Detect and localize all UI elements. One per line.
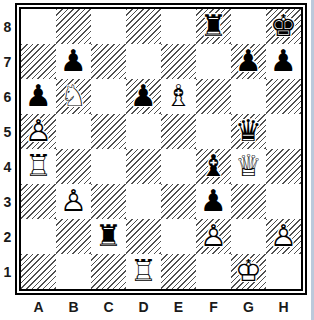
square-a3[interactable] <box>21 184 56 219</box>
square-e5[interactable] <box>161 114 196 149</box>
file-label-g: G <box>231 299 266 315</box>
file-labels: ABCDEFGH <box>15 295 307 319</box>
square-f6[interactable] <box>196 79 231 114</box>
square-c7[interactable] <box>91 44 126 79</box>
file-label-d: D <box>126 299 161 315</box>
white-pawn-icon[interactable]: ♟♙ <box>56 184 91 219</box>
rank-label-6: 6 <box>0 79 15 114</box>
square-a8[interactable] <box>21 9 56 44</box>
black-pawn-icon[interactable]: ♟ <box>56 44 91 79</box>
square-b4[interactable] <box>56 149 91 184</box>
file-label-a: A <box>21 299 56 315</box>
square-b5[interactable] <box>56 114 91 149</box>
black-rook-icon[interactable]: ♜ <box>91 219 126 254</box>
square-a1[interactable] <box>21 254 56 289</box>
chess-diagram: 87654321 ♜♚♟♟♟♟♞♘♟♝♗♟♙♛♜♖♝♛♕♟♙♟♜♟♙♟♙♜♖♚♔… <box>0 0 314 320</box>
white-rook-icon[interactable]: ♜♖ <box>126 254 161 289</box>
square-b1[interactable] <box>56 254 91 289</box>
square-e7[interactable] <box>161 44 196 79</box>
square-c6[interactable] <box>91 79 126 114</box>
square-d6[interactable]: ♟ <box>126 79 161 114</box>
square-g2[interactable] <box>231 219 266 254</box>
square-c2[interactable]: ♜ <box>91 219 126 254</box>
square-c1[interactable] <box>91 254 126 289</box>
white-king-icon[interactable]: ♚♔ <box>231 254 266 289</box>
black-pawn-icon[interactable]: ♟ <box>126 79 161 114</box>
square-f2[interactable]: ♟♙ <box>196 219 231 254</box>
square-g5[interactable]: ♛ <box>231 114 266 149</box>
rank-label-3: 3 <box>0 184 15 219</box>
black-queen-icon[interactable]: ♛ <box>231 114 266 149</box>
square-a6[interactable]: ♟ <box>21 79 56 114</box>
square-c5[interactable] <box>91 114 126 149</box>
square-a5[interactable]: ♟♙ <box>21 114 56 149</box>
rank-label-2: 2 <box>0 219 15 254</box>
square-f1[interactable] <box>196 254 231 289</box>
square-a2[interactable] <box>21 219 56 254</box>
square-h7[interactable]: ♟ <box>266 44 301 79</box>
rank-labels: 87654321 <box>0 3 15 295</box>
black-pawn-icon[interactable]: ♟ <box>266 44 301 79</box>
square-h5[interactable] <box>266 114 301 149</box>
square-f4[interactable]: ♝ <box>196 149 231 184</box>
file-label-e: E <box>161 299 196 315</box>
rank-label-4: 4 <box>0 149 15 184</box>
board: ♜♚♟♟♟♟♞♘♟♝♗♟♙♛♜♖♝♛♕♟♙♟♜♟♙♟♙♜♖♚♔ <box>19 7 303 291</box>
black-pawn-icon[interactable]: ♟ <box>21 79 56 114</box>
square-f8[interactable]: ♜ <box>196 9 231 44</box>
square-b3[interactable]: ♟♙ <box>56 184 91 219</box>
square-e4[interactable] <box>161 149 196 184</box>
square-d7[interactable] <box>126 44 161 79</box>
square-h3[interactable] <box>266 184 301 219</box>
square-e8[interactable] <box>161 9 196 44</box>
square-h4[interactable] <box>266 149 301 184</box>
file-label-f: F <box>196 299 231 315</box>
rank-label-7: 7 <box>0 44 15 79</box>
square-c8[interactable] <box>91 9 126 44</box>
square-b6[interactable]: ♞♘ <box>56 79 91 114</box>
board-frame: ♜♚♟♟♟♟♞♘♟♝♗♟♙♛♜♖♝♛♕♟♙♟♜♟♙♟♙♜♖♚♔ <box>15 3 307 295</box>
white-knight-icon[interactable]: ♞♘ <box>56 79 91 114</box>
rank-label-1: 1 <box>0 254 15 289</box>
square-d8[interactable] <box>126 9 161 44</box>
square-g6[interactable] <box>231 79 266 114</box>
rank-label-5: 5 <box>0 114 15 149</box>
black-bishop-icon[interactable]: ♝ <box>196 149 231 184</box>
square-g4[interactable]: ♛♕ <box>231 149 266 184</box>
square-g7[interactable]: ♟ <box>231 44 266 79</box>
square-b7[interactable]: ♟ <box>56 44 91 79</box>
black-rook-icon[interactable]: ♜ <box>196 9 231 44</box>
square-f7[interactable] <box>196 44 231 79</box>
black-king-icon[interactable]: ♚ <box>266 9 301 44</box>
square-h2[interactable]: ♟♙ <box>266 219 301 254</box>
white-queen-icon[interactable]: ♛♕ <box>231 149 266 184</box>
file-label-h: H <box>266 299 301 315</box>
square-h8[interactable]: ♚ <box>266 9 301 44</box>
square-e3[interactable] <box>161 184 196 219</box>
square-d3[interactable] <box>126 184 161 219</box>
square-f5[interactable] <box>196 114 231 149</box>
white-bishop-icon[interactable]: ♝♗ <box>161 79 196 114</box>
black-pawn-icon[interactable]: ♟ <box>196 184 231 219</box>
black-pawn-icon[interactable]: ♟ <box>231 44 266 79</box>
square-g8[interactable] <box>231 9 266 44</box>
white-pawn-icon[interactable]: ♟♙ <box>266 219 301 254</box>
square-d5[interactable] <box>126 114 161 149</box>
diagram-layout: 87654321 ♜♚♟♟♟♟♞♘♟♝♗♟♙♛♜♖♝♛♕♟♙♟♜♟♙♟♙♜♖♚♔… <box>0 3 314 319</box>
square-d2[interactable] <box>126 219 161 254</box>
square-g3[interactable] <box>231 184 266 219</box>
rank-label-8: 8 <box>0 9 15 44</box>
square-e6[interactable]: ♝♗ <box>161 79 196 114</box>
square-a4[interactable]: ♜♖ <box>21 149 56 184</box>
file-label-b: B <box>56 299 91 315</box>
square-d1[interactable]: ♜♖ <box>126 254 161 289</box>
square-c4[interactable] <box>91 149 126 184</box>
square-c3[interactable] <box>91 184 126 219</box>
square-h1[interactable] <box>266 254 301 289</box>
square-b8[interactable] <box>56 9 91 44</box>
white-pawn-icon[interactable]: ♟♙ <box>21 114 56 149</box>
file-label-c: C <box>91 299 126 315</box>
white-pawn-icon[interactable]: ♟♙ <box>196 219 231 254</box>
square-h6[interactable] <box>266 79 301 114</box>
square-e1[interactable] <box>161 254 196 289</box>
square-b2[interactable] <box>56 219 91 254</box>
square-g1[interactable]: ♚♔ <box>231 254 266 289</box>
square-f3[interactable]: ♟ <box>196 184 231 219</box>
white-rook-icon[interactable]: ♜♖ <box>21 149 56 184</box>
page-edge-strip <box>311 0 314 320</box>
square-e2[interactable] <box>161 219 196 254</box>
square-d4[interactable] <box>126 149 161 184</box>
square-a7[interactable] <box>21 44 56 79</box>
